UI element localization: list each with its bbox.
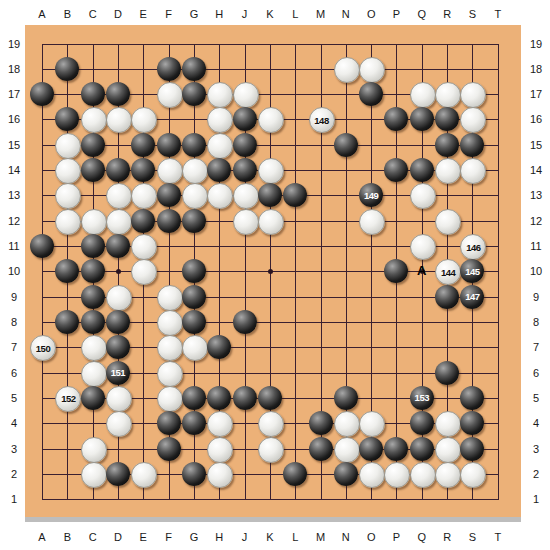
black-stone-G8	[182, 310, 206, 334]
black-stone-E12	[131, 209, 155, 233]
column-label-top: P	[393, 8, 400, 20]
column-label-bottom: C	[89, 531, 97, 543]
black-stone-G18	[182, 57, 206, 81]
white-stone-Q17	[410, 82, 436, 108]
white-stone-K4	[258, 411, 284, 437]
column-label-top: B	[64, 8, 71, 20]
column-label-bottom: T	[494, 531, 501, 543]
column-label-top: E	[140, 8, 147, 20]
white-stone-R2	[435, 462, 461, 488]
black-stone-D6: 151	[106, 361, 130, 385]
white-stone-R12	[435, 209, 461, 235]
black-stone-F13	[157, 183, 181, 207]
row-label-left: 10	[8, 265, 20, 277]
black-stone-D2	[106, 462, 130, 486]
white-stone-D9	[106, 285, 132, 311]
column-label-top: N	[342, 8, 350, 20]
black-stone-O3	[359, 437, 383, 461]
black-stone-S3	[460, 437, 484, 461]
row-label-right: 19	[530, 38, 542, 50]
white-stone-J12	[233, 209, 259, 235]
column-label-bottom: H	[215, 531, 223, 543]
column-label-bottom: R	[443, 531, 451, 543]
white-stone-F7	[157, 335, 183, 361]
black-stone-F18	[157, 57, 181, 81]
black-stone-G9	[182, 285, 206, 309]
white-stone-M16: 148	[309, 107, 335, 133]
black-stone-N5	[334, 386, 358, 410]
white-stone-F5	[157, 386, 183, 412]
white-stone-H2	[207, 462, 233, 488]
go-board-diagram: AABBCCDDEEFFGGHHJJKKLLMMNNOOPPQQRRSSTT19…	[0, 0, 550, 550]
black-stone-L2	[283, 462, 307, 486]
white-stone-K3	[258, 437, 284, 463]
white-stone-O12	[359, 209, 385, 235]
column-label-bottom: K	[266, 531, 273, 543]
row-label-right: 16	[530, 113, 542, 125]
white-stone-C6	[81, 361, 107, 387]
row-label-left: 3	[11, 443, 17, 455]
row-label-right: 14	[530, 164, 542, 176]
black-stone-J14	[233, 158, 257, 182]
column-label-top: D	[114, 8, 122, 20]
row-label-right: 15	[530, 139, 542, 151]
row-label-left: 13	[8, 189, 20, 201]
column-label-bottom: M	[316, 531, 325, 543]
row-label-right: 13	[530, 189, 542, 201]
white-stone-J17	[233, 82, 259, 108]
black-stone-R9	[435, 285, 459, 309]
column-label-top: H	[215, 8, 223, 20]
black-stone-C15	[81, 133, 105, 157]
row-label-left: 17	[8, 88, 20, 100]
row-label-right: 6	[533, 367, 539, 379]
white-stone-Q11	[410, 234, 436, 260]
white-stone-G14	[182, 158, 208, 184]
black-stone-A11	[30, 234, 54, 258]
row-label-right: 1	[533, 493, 539, 505]
column-label-top: L	[292, 8, 298, 20]
black-stone-N2	[334, 462, 358, 486]
white-stone-H15	[207, 133, 233, 159]
column-label-top: T	[494, 8, 501, 20]
black-stone-D11	[106, 234, 130, 258]
black-stone-J8	[233, 310, 257, 334]
white-stone-C7	[81, 335, 107, 361]
column-label-top: A	[38, 8, 45, 20]
black-stone-G17	[182, 82, 206, 106]
column-label-bottom: P	[393, 531, 400, 543]
row-label-right: 2	[533, 468, 539, 480]
white-stone-N3	[334, 437, 360, 463]
column-label-top: F	[165, 8, 172, 20]
column-label-top: S	[469, 8, 476, 20]
black-stone-C8	[81, 310, 105, 334]
white-stone-N18	[334, 57, 360, 83]
column-label-bottom: G	[190, 531, 199, 543]
row-label-left: 2	[11, 468, 17, 480]
column-label-top: C	[89, 8, 97, 20]
row-label-left: 5	[11, 392, 17, 404]
grid-line-vertical	[295, 44, 296, 501]
white-stone-D12	[106, 209, 132, 235]
board-shadow	[25, 517, 521, 522]
row-label-left: 7	[11, 341, 17, 353]
black-stone-J15	[233, 133, 257, 157]
black-stone-D8	[106, 310, 130, 334]
row-label-right: 8	[533, 316, 539, 328]
row-label-left: 6	[11, 367, 17, 379]
row-label-right: 7	[533, 341, 539, 353]
black-stone-Q3	[410, 437, 434, 461]
column-label-top: J	[242, 8, 248, 20]
column-label-bottom: F	[165, 531, 172, 543]
column-label-top: M	[316, 8, 325, 20]
white-stone-J13	[233, 183, 259, 209]
black-stone-N15	[334, 133, 358, 157]
black-stone-Q14	[410, 158, 434, 182]
row-label-right: 10	[530, 265, 542, 277]
column-label-bottom: D	[114, 531, 122, 543]
column-label-bottom: E	[140, 531, 147, 543]
column-label-bottom: Q	[418, 531, 427, 543]
row-label-left: 11	[8, 240, 19, 252]
black-stone-J5	[233, 386, 257, 410]
black-stone-A17	[30, 82, 54, 106]
white-stone-F6	[157, 361, 183, 387]
black-stone-C5	[81, 386, 105, 410]
white-stone-O2	[359, 462, 385, 488]
row-label-right: 9	[533, 291, 539, 303]
row-label-left: 15	[8, 139, 20, 151]
black-stone-R6	[435, 361, 459, 385]
black-stone-F12	[157, 209, 181, 233]
row-label-left: 16	[8, 113, 20, 125]
column-label-bottom: O	[367, 531, 376, 543]
column-label-top: O	[367, 8, 376, 20]
white-stone-F17	[157, 82, 183, 108]
black-stone-Q5: 153	[410, 386, 434, 410]
row-label-right: 12	[530, 215, 542, 227]
black-stone-K5	[258, 386, 282, 410]
black-stone-Q4	[410, 411, 434, 435]
black-stone-M3	[309, 437, 333, 461]
black-stone-M4	[309, 411, 333, 435]
white-stone-C3	[81, 437, 107, 463]
black-stone-G5	[182, 386, 206, 410]
black-stone-B18	[55, 57, 79, 81]
white-stone-B15	[55, 133, 81, 159]
white-stone-D5	[106, 386, 132, 412]
black-stone-J16	[233, 107, 257, 131]
white-stone-K12	[258, 209, 284, 235]
black-stone-G12	[182, 209, 206, 233]
column-label-bottom: J	[242, 531, 248, 543]
column-label-bottom: N	[342, 531, 350, 543]
black-stone-F3	[157, 437, 181, 461]
white-stone-H3	[207, 437, 233, 463]
column-label-bottom: B	[64, 531, 71, 543]
row-label-right: 18	[530, 63, 542, 75]
grid-line-horizontal	[42, 499, 499, 500]
row-label-right: 4	[533, 417, 539, 429]
column-label-top: R	[443, 8, 451, 20]
white-stone-C12	[81, 209, 107, 235]
white-stone-Q2	[410, 462, 436, 488]
column-label-top: Q	[418, 8, 427, 20]
row-label-left: 19	[8, 38, 20, 50]
black-stone-F4	[157, 411, 181, 435]
row-label-left: 9	[11, 291, 17, 303]
row-label-left: 4	[11, 417, 17, 429]
row-label-right: 5	[533, 392, 539, 404]
black-stone-C17	[81, 82, 105, 106]
black-stone-D17	[106, 82, 130, 106]
black-stone-G2	[182, 462, 206, 486]
black-stone-S9: 147	[460, 285, 484, 309]
white-stone-F14	[157, 158, 183, 184]
white-stone-B12	[55, 209, 81, 235]
black-stone-C10	[81, 259, 105, 283]
black-stone-C9	[81, 285, 105, 309]
row-label-left: 1	[11, 493, 17, 505]
white-stone-C16	[81, 107, 107, 133]
row-label-left: 14	[8, 164, 20, 176]
black-stone-R15	[435, 133, 459, 157]
white-stone-O18	[359, 57, 385, 83]
black-stone-F15	[157, 133, 181, 157]
black-stone-P3	[384, 437, 408, 461]
black-stone-G15	[182, 133, 206, 157]
row-label-right: 17	[530, 88, 542, 100]
white-stone-K14	[258, 158, 284, 184]
black-stone-D14	[106, 158, 130, 182]
row-label-right: 3	[533, 443, 539, 455]
white-stone-N4	[334, 411, 360, 437]
white-stone-C2	[81, 462, 107, 488]
white-stone-R3	[435, 437, 461, 463]
grid-line-vertical	[498, 44, 499, 501]
column-label-bottom: A	[38, 531, 45, 543]
row-label-left: 8	[11, 316, 17, 328]
black-stone-E15	[131, 133, 155, 157]
column-label-top: K	[266, 8, 273, 20]
black-stone-C11	[81, 234, 105, 258]
row-label-left: 18	[8, 63, 20, 75]
column-label-top: G	[190, 8, 199, 20]
white-stone-F9	[157, 285, 183, 311]
column-label-bottom: L	[292, 531, 298, 543]
point-label-A: A	[417, 263, 426, 278]
black-stone-C14	[81, 158, 105, 182]
row-label-right: 11	[530, 240, 541, 252]
row-label-left: 12	[8, 215, 20, 227]
white-stone-F8	[157, 310, 183, 336]
column-label-bottom: S	[469, 531, 476, 543]
